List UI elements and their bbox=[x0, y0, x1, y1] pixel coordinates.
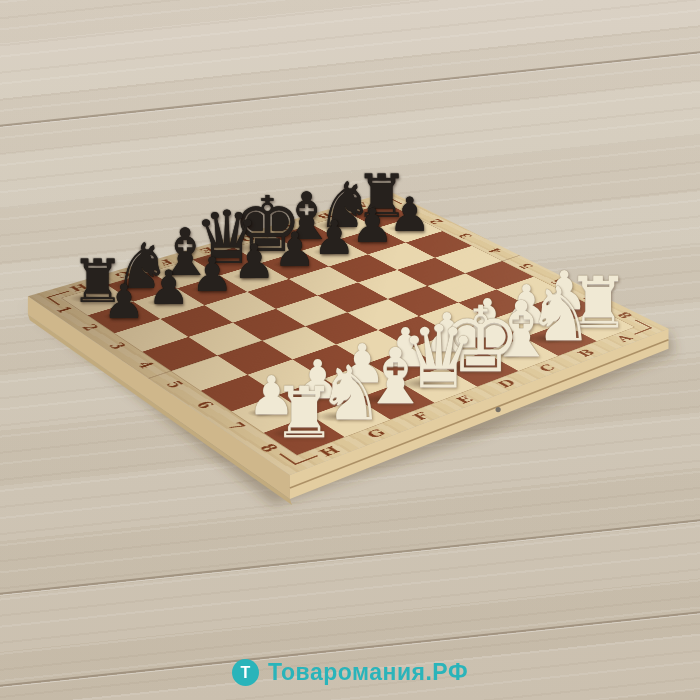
watermark-logo-icon: Т bbox=[232, 659, 259, 686]
photo-stage: HHGGFFEEDDCCBBAA1122334455667788 ♜♞♝♚♛♝♞… bbox=[0, 0, 700, 700]
watermark-text: Товаромания.РФ bbox=[268, 659, 468, 686]
clasp-screw bbox=[496, 407, 501, 412]
watermark: Т Товаромания.РФ bbox=[0, 659, 700, 686]
